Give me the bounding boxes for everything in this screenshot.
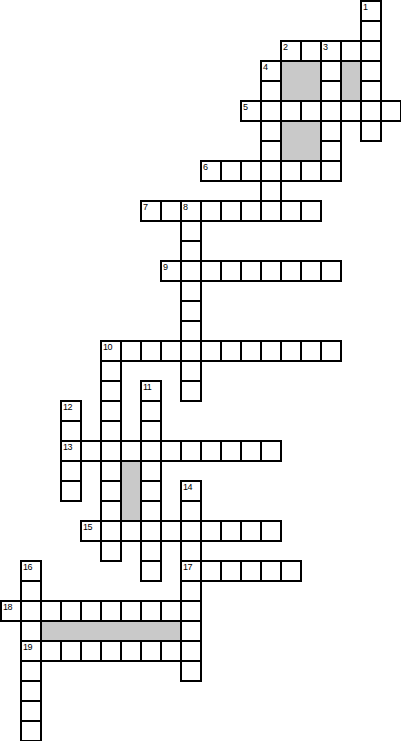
- clue-number-17: 17: [183, 563, 192, 572]
- cell-c6-r17[interactable]: [120, 340, 142, 362]
- cell-c12-r8[interactable]: [240, 160, 262, 182]
- blocked-region: [280, 60, 322, 102]
- cell-c9-r19[interactable]: [180, 380, 202, 402]
- cell-c10-r13[interactable]: [200, 260, 222, 282]
- cell-c3-r32[interactable]: [60, 640, 82, 662]
- cell-c7-r21[interactable]: [140, 420, 162, 442]
- cell-c3-r24[interactable]: [60, 480, 82, 502]
- cell-c4-r22[interactable]: [80, 440, 102, 462]
- cell-c5-r30[interactable]: [100, 600, 122, 622]
- clue-number-2: 2: [283, 43, 288, 52]
- cell-c8-r26[interactable]: [160, 520, 182, 542]
- cell-c6-r30[interactable]: [120, 600, 142, 622]
- cell-c16-r7[interactable]: [320, 140, 342, 162]
- cell-c5-r26[interactable]: [100, 520, 122, 542]
- cell-c8-r10[interactable]: [160, 200, 182, 222]
- cell-c18-r1[interactable]: [360, 20, 382, 42]
- cell-c7-r23[interactable]: [140, 460, 162, 482]
- clue-number-7: 7: [143, 203, 148, 212]
- cell-c12-r22[interactable]: [240, 440, 262, 462]
- cell-c10-r28[interactable]: [200, 560, 222, 582]
- cell-c13-r26[interactable]: [260, 520, 282, 542]
- cell-c14-r17[interactable]: [280, 340, 302, 362]
- clue-number-4: 4: [263, 63, 268, 72]
- cell-c14-r28[interactable]: [280, 560, 302, 582]
- cell-c16-r3[interactable]: [320, 60, 342, 82]
- clue-number-13: 13: [63, 443, 72, 452]
- cell-c13-r5[interactable]: [260, 100, 282, 122]
- blocked-region: [340, 60, 362, 102]
- cell-c17-r5[interactable]: [340, 100, 362, 122]
- cell-c7-r26[interactable]: [140, 520, 162, 542]
- cell-c13-r22[interactable]: [260, 440, 282, 462]
- cell-c5-r27[interactable]: [100, 540, 122, 562]
- cell-c15-r5[interactable]: [300, 100, 322, 122]
- cell-c16-r8[interactable]: [320, 160, 342, 182]
- cell-c5-r25[interactable]: [100, 500, 122, 522]
- cell-c16-r4[interactable]: [320, 80, 342, 102]
- cell-c5-r24[interactable]: [100, 480, 122, 502]
- clue-number-15: 15: [83, 523, 92, 532]
- blocked-region: [280, 120, 322, 162]
- cell-c7-r17[interactable]: [140, 340, 162, 362]
- cell-c15-r2[interactable]: [300, 40, 322, 62]
- cell-c1-r36[interactable]: [20, 720, 42, 741]
- cell-c1-r35[interactable]: [20, 700, 42, 722]
- cell-c7-r25[interactable]: [140, 500, 162, 522]
- clue-number-11: 11: [143, 383, 151, 392]
- cell-c7-r28[interactable]: [140, 560, 162, 582]
- cell-c14-r8[interactable]: [280, 160, 302, 182]
- cell-c13-r4[interactable]: [260, 80, 282, 102]
- clue-number-14: 14: [183, 483, 192, 492]
- crossword-grid: 12345678910111213141516171819: [0, 0, 401, 741]
- cell-c9-r33[interactable]: [180, 660, 202, 682]
- cell-c1-r31[interactable]: [20, 620, 42, 642]
- cell-c5-r19[interactable]: [100, 380, 122, 402]
- cell-c14-r13[interactable]: [280, 260, 302, 282]
- cell-c11-r13[interactable]: [220, 260, 242, 282]
- cell-c9-r12[interactable]: [180, 240, 202, 262]
- cell-c6-r22[interactable]: [120, 440, 142, 462]
- cell-c2-r32[interactable]: [40, 640, 62, 662]
- cell-c9-r30[interactable]: [180, 600, 202, 622]
- cell-c3-r23[interactable]: [60, 460, 82, 482]
- cell-c5-r21[interactable]: [100, 420, 122, 442]
- cell-c9-r16[interactable]: [180, 320, 202, 342]
- cell-c13-r10[interactable]: [260, 200, 282, 222]
- cell-c8-r32[interactable]: [160, 640, 182, 662]
- cell-c9-r14[interactable]: [180, 280, 202, 302]
- cell-c8-r17[interactable]: [160, 340, 182, 362]
- clue-number-8: 8: [183, 203, 188, 212]
- cell-c11-r26[interactable]: [220, 520, 242, 542]
- cell-c6-r32[interactable]: [120, 640, 142, 662]
- cell-c2-r30[interactable]: [40, 600, 62, 622]
- cell-c1-r30[interactable]: [20, 600, 42, 622]
- cell-c12-r26[interactable]: [240, 520, 262, 542]
- cell-c1-r34[interactable]: [20, 680, 42, 702]
- cell-c9-r32[interactable]: [180, 640, 202, 662]
- cell-c7-r24[interactable]: [140, 480, 162, 502]
- cell-c18-r3[interactable]: [360, 60, 382, 82]
- cell-c13-r28[interactable]: [260, 560, 282, 582]
- cell-c13-r6[interactable]: [260, 120, 282, 142]
- cell-c12-r10[interactable]: [240, 200, 262, 222]
- blocked-region: [40, 620, 182, 642]
- cell-c4-r30[interactable]: [80, 600, 102, 622]
- cell-c14-r5[interactable]: [280, 100, 302, 122]
- cell-c11-r22[interactable]: [220, 440, 242, 462]
- cell-c1-r33[interactable]: [20, 660, 42, 682]
- cell-c7-r22[interactable]: [140, 440, 162, 462]
- clue-number-3: 3: [323, 43, 328, 52]
- cell-c10-r22[interactable]: [200, 440, 222, 462]
- cell-c9-r27[interactable]: [180, 540, 202, 562]
- cell-c5-r20[interactable]: [100, 400, 122, 422]
- cell-c9-r18[interactable]: [180, 360, 202, 382]
- cell-c11-r17[interactable]: [220, 340, 242, 362]
- cell-c11-r10[interactable]: [220, 200, 242, 222]
- cell-c16-r5[interactable]: [320, 100, 342, 122]
- cell-c7-r30[interactable]: [140, 600, 162, 622]
- clue-number-10: 10: [103, 343, 112, 352]
- cell-c14-r10[interactable]: [280, 200, 302, 222]
- cell-c11-r8[interactable]: [220, 160, 242, 182]
- cell-c7-r27[interactable]: [140, 540, 162, 562]
- cell-c8-r22[interactable]: [160, 440, 182, 462]
- clue-number-19: 19: [23, 643, 32, 652]
- cell-c15-r8[interactable]: [300, 160, 322, 182]
- cell-c12-r13[interactable]: [240, 260, 262, 282]
- cell-c15-r17[interactable]: [300, 340, 322, 362]
- clue-number-18: 18: [3, 603, 12, 612]
- cell-c8-r30[interactable]: [160, 600, 182, 622]
- cell-c15-r13[interactable]: [300, 260, 322, 282]
- cell-c13-r17[interactable]: [260, 340, 282, 362]
- cell-c18-r6[interactable]: [360, 120, 382, 142]
- clue-number-6: 6: [203, 163, 208, 172]
- clue-number-9: 9: [163, 263, 168, 272]
- cell-c17-r2[interactable]: [340, 40, 362, 62]
- cell-c18-r2[interactable]: [360, 40, 382, 62]
- cell-c13-r13[interactable]: [260, 260, 282, 282]
- cell-c5-r22[interactable]: [100, 440, 122, 462]
- cell-c9-r17[interactable]: [180, 340, 202, 362]
- cell-c13-r9[interactable]: [260, 180, 282, 202]
- cell-c3-r30[interactable]: [60, 600, 82, 622]
- cell-c9-r13[interactable]: [180, 260, 202, 282]
- cell-c16-r6[interactable]: [320, 120, 342, 142]
- clue-number-1: 1: [363, 3, 368, 12]
- cell-c11-r28[interactable]: [220, 560, 242, 582]
- blocked-region: [120, 460, 142, 522]
- cell-c16-r17[interactable]: [320, 340, 342, 362]
- cell-c9-r11[interactable]: [180, 220, 202, 242]
- cell-c15-r10[interactable]: [300, 200, 322, 222]
- cell-c13-r8[interactable]: [260, 160, 282, 182]
- cell-c16-r13[interactable]: [320, 260, 342, 282]
- cell-c6-r26[interactable]: [120, 520, 142, 542]
- cell-c12-r28[interactable]: [240, 560, 262, 582]
- cell-c7-r32[interactable]: [140, 640, 162, 662]
- cell-c7-r20[interactable]: [140, 400, 162, 422]
- cell-c9-r29[interactable]: [180, 580, 202, 602]
- cell-c9-r15[interactable]: [180, 300, 202, 322]
- cell-c5-r23[interactable]: [100, 460, 122, 482]
- cell-c10-r26[interactable]: [200, 520, 222, 542]
- cell-c9-r26[interactable]: [180, 520, 202, 542]
- clue-number-12: 12: [63, 403, 72, 412]
- cell-c18-r4[interactable]: [360, 80, 382, 102]
- cell-c9-r31[interactable]: [180, 620, 202, 642]
- cell-c9-r22[interactable]: [180, 440, 202, 462]
- cell-c12-r17[interactable]: [240, 340, 262, 362]
- cell-c3-r21[interactable]: [60, 420, 82, 442]
- clue-number-16: 16: [23, 563, 32, 572]
- cell-c1-r29[interactable]: [20, 580, 42, 602]
- cell-c10-r17[interactable]: [200, 340, 222, 362]
- cell-c4-r32[interactable]: [80, 640, 102, 662]
- cell-c19-r5[interactable]: [380, 100, 401, 122]
- cell-c13-r7[interactable]: [260, 140, 282, 162]
- cell-c5-r18[interactable]: [100, 360, 122, 382]
- cell-c10-r10[interactable]: [200, 200, 222, 222]
- clue-number-5: 5: [243, 103, 248, 112]
- cell-c5-r32[interactable]: [100, 640, 122, 662]
- cell-c9-r25[interactable]: [180, 500, 202, 522]
- cell-c18-r5[interactable]: [360, 100, 382, 122]
